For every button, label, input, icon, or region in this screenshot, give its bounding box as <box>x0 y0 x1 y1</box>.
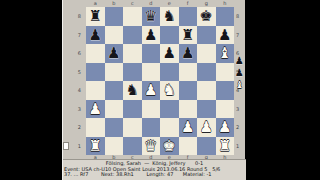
black-knight-piece[interactable]: ♞ <box>163 7 176 25</box>
square-d5[interactable] <box>142 63 161 82</box>
black-pawn-piece[interactable]: ♟ <box>107 44 120 62</box>
square-a1[interactable]: ♜ <box>86 137 105 156</box>
square-g5[interactable] <box>197 63 216 82</box>
square-g2[interactable]: ♟ <box>197 118 216 137</box>
file-label-d: d <box>142 0 161 7</box>
white-rook-piece[interactable]: ♜ <box>218 137 231 155</box>
square-a2[interactable] <box>86 118 105 137</box>
square-c6[interactable] <box>123 44 142 63</box>
white-queen-piece[interactable]: ♛ <box>144 137 157 155</box>
square-h8[interactable] <box>216 7 235 26</box>
white-bishop-piece[interactable]: ♝ <box>218 44 231 62</box>
chess-gui-window: abcdefgh 87654321 ♜♛♞♚♟♟♜♟♟♟♟♝♞♟♞♟♟♟♟♜♛♚… <box>62 0 245 180</box>
white-pawn-piece[interactable]: ♟ <box>89 100 102 118</box>
captured-white-bishop-icon: ♝ <box>235 79 244 91</box>
square-d3[interactable] <box>142 100 161 119</box>
file-label-f: f <box>179 0 198 7</box>
square-e2[interactable] <box>160 118 179 137</box>
square-h4[interactable] <box>216 81 235 100</box>
square-a4[interactable] <box>86 81 105 100</box>
square-c2[interactable] <box>123 118 142 137</box>
square-b1[interactable] <box>105 137 124 156</box>
square-g8[interactable]: ♚ <box>197 7 216 26</box>
square-f6[interactable]: ♟ <box>179 44 198 63</box>
square-d7[interactable]: ♟ <box>142 26 161 45</box>
black-pawn-piece[interactable]: ♟ <box>181 44 194 62</box>
square-d2[interactable] <box>142 118 161 137</box>
square-d1[interactable]: ♛ <box>142 137 161 156</box>
square-g4[interactable] <box>197 81 216 100</box>
square-e4[interactable]: ♞ <box>160 81 179 100</box>
black-pawn-piece[interactable]: ♟ <box>144 26 157 44</box>
square-c5[interactable] <box>123 63 142 82</box>
square-a5[interactable] <box>86 63 105 82</box>
square-a3[interactable]: ♟ <box>86 100 105 119</box>
square-c7[interactable] <box>123 26 142 45</box>
square-g7[interactable] <box>197 26 216 45</box>
square-a8[interactable]: ♜ <box>86 7 105 26</box>
square-d8[interactable]: ♛ <box>142 7 161 26</box>
file-label-a: a <box>86 0 105 7</box>
captured-black-pawn-icon: ♟ <box>235 55 244 67</box>
square-h7[interactable]: ♟ <box>216 26 235 45</box>
black-pawn-piece[interactable]: ♟ <box>89 26 102 44</box>
file-label-g: g <box>197 0 216 7</box>
black-pawn-piece[interactable]: ♟ <box>163 44 176 62</box>
square-b2[interactable] <box>105 118 124 137</box>
black-rook-piece[interactable]: ♜ <box>89 7 102 25</box>
square-f7[interactable]: ♜ <box>179 26 198 45</box>
black-knight-piece[interactable]: ♞ <box>126 81 139 99</box>
square-c1[interactable] <box>123 137 142 156</box>
square-h2[interactable]: ♟ <box>216 118 235 137</box>
captured-black-pawn-icon: ♟ <box>235 67 244 79</box>
captured-material-tray: ♟♟♝ <box>233 55 246 91</box>
square-g3[interactable] <box>197 100 216 119</box>
square-e7[interactable] <box>160 26 179 45</box>
file-label-h: h <box>216 0 235 7</box>
square-d6[interactable] <box>142 44 161 63</box>
square-c4[interactable]: ♞ <box>123 81 142 100</box>
rank-label-1: 1 <box>236 137 245 156</box>
square-h6[interactable]: ♝ <box>216 44 235 63</box>
rank-label-7: 7 <box>236 26 245 45</box>
square-f5[interactable] <box>179 63 198 82</box>
square-b8[interactable] <box>105 7 124 26</box>
black-queen-piece[interactable]: ♛ <box>144 7 157 25</box>
square-a7[interactable]: ♟ <box>86 26 105 45</box>
move-info-text: 37. ... Rf7 Next: 38.Rh1 Length: 47 Mate… <box>63 172 246 178</box>
square-g6[interactable] <box>197 44 216 63</box>
status-bar: Fölsing, Sarah — König, Jeffery 0-1 Even… <box>63 159 246 180</box>
square-d4[interactable]: ♟ <box>142 81 161 100</box>
white-pawn-piece[interactable]: ♟ <box>200 118 213 136</box>
rank-label-4: 4 <box>63 81 81 100</box>
square-b5[interactable] <box>105 63 124 82</box>
square-b6[interactable]: ♟ <box>105 44 124 63</box>
square-c3[interactable] <box>123 100 142 119</box>
rank-label-3: 3 <box>236 100 245 119</box>
square-e3[interactable] <box>160 100 179 119</box>
square-a6[interactable] <box>86 44 105 63</box>
rank-label-8: 8 <box>236 7 245 26</box>
square-e1[interactable]: ♚ <box>160 137 179 156</box>
rank-label-2: 2 <box>63 118 81 137</box>
rank-label-8: 8 <box>63 7 81 26</box>
white-pawn-piece[interactable]: ♟ <box>181 118 194 136</box>
square-b4[interactable] <box>105 81 124 100</box>
white-rook-piece[interactable]: ♜ <box>89 137 102 155</box>
square-e8[interactable]: ♞ <box>160 7 179 26</box>
square-f3[interactable] <box>179 100 198 119</box>
file-label-c: c <box>123 0 142 7</box>
file-label-b: b <box>105 0 124 7</box>
square-h3[interactable] <box>216 100 235 119</box>
square-f2[interactable]: ♟ <box>179 118 198 137</box>
white-knight-piece[interactable]: ♞ <box>163 81 176 99</box>
black-pawn-piece[interactable]: ♟ <box>218 26 231 44</box>
rank-label-5: 5 <box>63 63 81 82</box>
rank-label-6: 6 <box>63 44 81 63</box>
square-f1[interactable] <box>179 137 198 156</box>
square-e5[interactable] <box>160 63 179 82</box>
white-pawn-piece[interactable]: ♟ <box>218 118 231 136</box>
rank-labels-left: 87654321 <box>63 7 83 155</box>
file-label-e: e <box>160 0 179 7</box>
square-h5[interactable] <box>216 63 235 82</box>
square-e6[interactable]: ♟ <box>160 44 179 63</box>
black-king-piece[interactable]: ♚ <box>200 7 213 25</box>
black-rook-piece[interactable]: ♜ <box>181 26 194 44</box>
square-c8[interactable] <box>123 7 142 26</box>
rank-label-3: 3 <box>63 100 81 119</box>
file-labels-top: abcdefgh <box>86 0 234 7</box>
chess-board: ♜♛♞♚♟♟♜♟♟♟♟♝♞♟♞♟♟♟♟♜♛♚♜ <box>86 7 234 155</box>
square-h1[interactable]: ♜ <box>216 137 235 156</box>
square-f8[interactable] <box>179 7 198 26</box>
white-king-piece[interactable]: ♚ <box>163 137 176 155</box>
white-pawn-piece[interactable]: ♟ <box>144 81 157 99</box>
window-resize-handle[interactable] <box>63 142 69 150</box>
square-b3[interactable] <box>105 100 124 119</box>
square-b7[interactable] <box>105 26 124 45</box>
rank-label-7: 7 <box>63 26 81 45</box>
rank-label-2: 2 <box>236 118 245 137</box>
square-f4[interactable] <box>179 81 198 100</box>
square-g1[interactable] <box>197 137 216 156</box>
